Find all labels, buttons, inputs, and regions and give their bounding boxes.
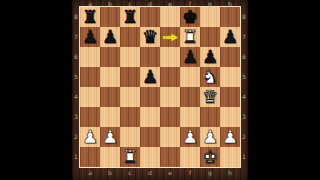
piece-white-knight-g5: ♞ bbox=[202, 67, 218, 87]
file-label-top-h: h bbox=[228, 1, 232, 7]
piece-black-rook-c8: ♜ bbox=[122, 7, 138, 27]
square-c8: ♜ bbox=[120, 7, 140, 27]
square-c2 bbox=[120, 127, 140, 147]
square-f4 bbox=[180, 87, 200, 107]
rank-label-left-7: 7 bbox=[74, 34, 78, 40]
square-e5 bbox=[160, 67, 180, 87]
square-h5 bbox=[220, 67, 240, 87]
square-a2: ♟ bbox=[80, 127, 100, 147]
piece-black-rook-a8: ♜ bbox=[82, 7, 98, 27]
square-g6: ♟ bbox=[200, 47, 220, 67]
file-label-bottom-f: f bbox=[189, 170, 191, 176]
square-g3 bbox=[200, 107, 220, 127]
square-c4 bbox=[120, 87, 140, 107]
video-frame: ♜♜♚♟♟♛♜♟♟♟♟♞♛♟♟♟♟♟♜♚ aabbccddeeffgghh887… bbox=[0, 0, 320, 180]
file-label-bottom-d: d bbox=[148, 170, 152, 176]
square-g2: ♟ bbox=[200, 127, 220, 147]
square-b1 bbox=[100, 147, 120, 167]
square-a4 bbox=[80, 87, 100, 107]
square-g5: ♞ bbox=[200, 67, 220, 87]
square-h6 bbox=[220, 47, 240, 67]
chess-board: ♜♜♚♟♟♛♜♟♟♟♟♞♛♟♟♟♟♟♜♚ aabbccddeeffgghh887… bbox=[72, 0, 248, 180]
square-a7: ♟ bbox=[80, 27, 100, 47]
piece-black-pawn-d5: ♟ bbox=[142, 67, 158, 87]
file-label-top-c: c bbox=[128, 1, 131, 7]
square-h1 bbox=[220, 147, 240, 167]
piece-black-pawn-a7: ♟ bbox=[82, 27, 98, 47]
file-label-bottom-a: a bbox=[88, 170, 92, 176]
rank-label-left-1: 1 bbox=[74, 154, 78, 160]
rank-label-right-6: 6 bbox=[242, 54, 246, 60]
square-g4: ♛ bbox=[200, 87, 220, 107]
piece-black-pawn-h7: ♟ bbox=[222, 27, 238, 47]
square-a6 bbox=[80, 47, 100, 67]
piece-black-king-f8: ♚ bbox=[182, 7, 198, 27]
file-label-top-f: f bbox=[189, 1, 191, 7]
square-b7: ♟ bbox=[100, 27, 120, 47]
square-f2: ♟ bbox=[180, 127, 200, 147]
file-label-top-a: a bbox=[88, 1, 92, 7]
square-d2 bbox=[140, 127, 160, 147]
square-g1: ♚ bbox=[200, 147, 220, 167]
file-label-bottom-b: b bbox=[108, 170, 112, 176]
rank-label-left-2: 2 bbox=[74, 134, 78, 140]
file-label-top-e: e bbox=[168, 1, 172, 7]
rank-label-left-3: 3 bbox=[74, 114, 78, 120]
square-b3 bbox=[100, 107, 120, 127]
file-label-bottom-h: h bbox=[228, 170, 232, 176]
file-label-bottom-g: g bbox=[208, 170, 212, 176]
square-f1 bbox=[180, 147, 200, 167]
square-h8 bbox=[220, 7, 240, 27]
rank-label-right-3: 3 bbox=[242, 114, 246, 120]
square-d3 bbox=[140, 107, 160, 127]
square-a8: ♜ bbox=[80, 7, 100, 27]
play-area: ♜♜♚♟♟♛♜♟♟♟♟♞♛♟♟♟♟♟♜♚ bbox=[80, 7, 240, 167]
square-a5 bbox=[80, 67, 100, 87]
rank-label-right-7: 7 bbox=[242, 34, 246, 40]
rank-label-left-8: 8 bbox=[74, 14, 78, 20]
square-b8 bbox=[100, 7, 120, 27]
rank-label-right-8: 8 bbox=[242, 14, 246, 20]
file-label-top-g: g bbox=[208, 1, 212, 7]
square-f6: ♟ bbox=[180, 47, 200, 67]
piece-white-pawn-a2: ♟ bbox=[82, 127, 98, 147]
piece-white-pawn-b2: ♟ bbox=[102, 127, 118, 147]
square-e4 bbox=[160, 87, 180, 107]
piece-black-pawn-b7: ♟ bbox=[102, 27, 118, 47]
square-b4 bbox=[100, 87, 120, 107]
rank-label-right-1: 1 bbox=[242, 154, 246, 160]
square-f8: ♚ bbox=[180, 7, 200, 27]
square-e1 bbox=[160, 147, 180, 167]
file-label-bottom-c: c bbox=[128, 170, 131, 176]
piece-black-pawn-g6: ♟ bbox=[202, 47, 218, 67]
piece-black-queen-d7: ♛ bbox=[142, 27, 158, 47]
square-b2: ♟ bbox=[100, 127, 120, 147]
piece-black-pawn-f6: ♟ bbox=[182, 47, 198, 67]
square-b6 bbox=[100, 47, 120, 67]
square-d8 bbox=[140, 7, 160, 27]
piece-white-queen-g4: ♛ bbox=[202, 87, 218, 107]
square-f7: ♜ bbox=[180, 27, 200, 47]
square-d6 bbox=[140, 47, 160, 67]
square-h2: ♟ bbox=[220, 127, 240, 147]
square-c5 bbox=[120, 67, 140, 87]
square-e3 bbox=[160, 107, 180, 127]
piece-white-king-g1: ♚ bbox=[202, 147, 218, 167]
piece-white-pawn-h2: ♟ bbox=[222, 127, 238, 147]
square-c6 bbox=[120, 47, 140, 67]
piece-white-rook-c1: ♜ bbox=[122, 147, 138, 167]
file-label-top-b: b bbox=[108, 1, 112, 7]
square-e8 bbox=[160, 7, 180, 27]
square-e6 bbox=[160, 47, 180, 67]
square-b5 bbox=[100, 67, 120, 87]
square-g7 bbox=[200, 27, 220, 47]
square-h3 bbox=[220, 107, 240, 127]
rank-label-right-5: 5 bbox=[242, 74, 246, 80]
piece-white-pawn-g2: ♟ bbox=[202, 127, 218, 147]
piece-white-rook-f7: ♜ bbox=[182, 27, 198, 47]
square-f3 bbox=[180, 107, 200, 127]
square-d1 bbox=[140, 147, 160, 167]
square-h7: ♟ bbox=[220, 27, 240, 47]
file-label-bottom-e: e bbox=[168, 170, 172, 176]
file-label-top-d: d bbox=[148, 1, 152, 7]
square-f5 bbox=[180, 67, 200, 87]
square-h4 bbox=[220, 87, 240, 107]
piece-white-pawn-f2: ♟ bbox=[182, 127, 198, 147]
square-d7: ♛ bbox=[140, 27, 160, 47]
square-e2 bbox=[160, 127, 180, 147]
square-d4 bbox=[140, 87, 160, 107]
rank-label-left-5: 5 bbox=[74, 74, 78, 80]
square-a3 bbox=[80, 107, 100, 127]
square-d5: ♟ bbox=[140, 67, 160, 87]
square-c3 bbox=[120, 107, 140, 127]
square-g8 bbox=[200, 7, 220, 27]
square-c1: ♜ bbox=[120, 147, 140, 167]
square-a1 bbox=[80, 147, 100, 167]
move-arrow-icon bbox=[162, 32, 180, 43]
rank-label-left-4: 4 bbox=[74, 94, 78, 100]
rank-label-right-2: 2 bbox=[242, 134, 246, 140]
rank-label-left-6: 6 bbox=[74, 54, 78, 60]
rank-label-right-4: 4 bbox=[242, 94, 246, 100]
square-c7 bbox=[120, 27, 140, 47]
